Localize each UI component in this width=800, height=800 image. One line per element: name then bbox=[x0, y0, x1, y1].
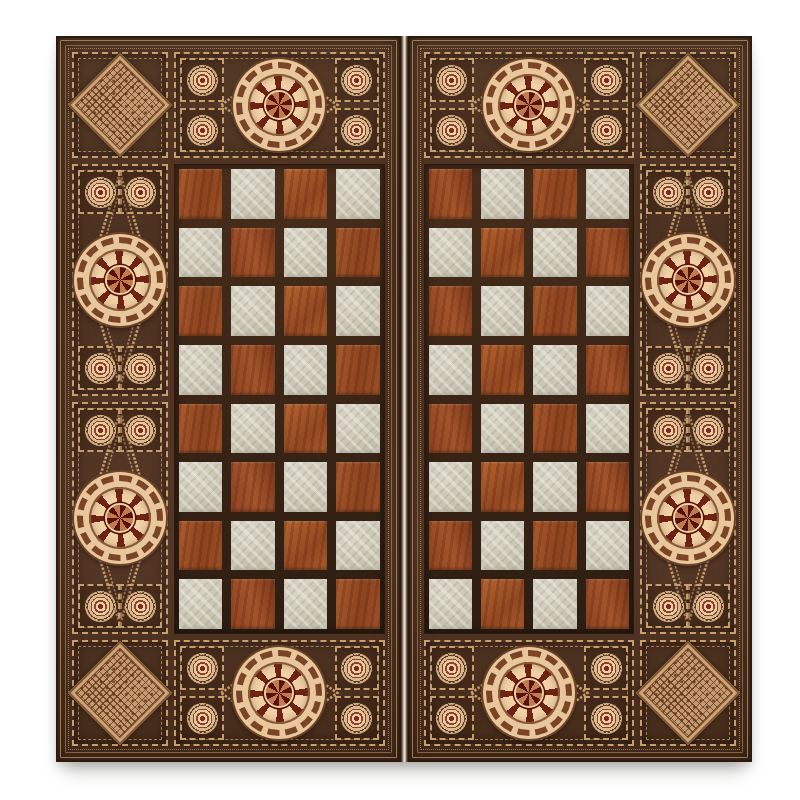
chess-square-r5c1[interactable] bbox=[179, 404, 222, 454]
chess-square-r7c3[interactable] bbox=[284, 521, 327, 571]
fold-seam bbox=[401, 36, 408, 762]
small-rosette-frame bbox=[686, 170, 730, 214]
rosette-panel-bottom-right bbox=[424, 640, 635, 746]
chess-square-r5c5[interactable] bbox=[429, 404, 472, 454]
chess-square-r3c3[interactable] bbox=[284, 286, 327, 336]
chess-square-r8c4[interactable] bbox=[336, 579, 379, 629]
chess-square-r2c1[interactable] bbox=[179, 228, 222, 278]
chess-square-r5c3[interactable] bbox=[284, 404, 327, 454]
large-rosette-icon bbox=[233, 647, 325, 739]
small-rosette-icon bbox=[85, 591, 116, 622]
chess-square-r8c2[interactable] bbox=[231, 579, 274, 629]
chess-square-r5c2[interactable] bbox=[231, 404, 274, 454]
chess-square-r3c2[interactable] bbox=[231, 286, 274, 336]
small-rosette-frame bbox=[335, 108, 379, 152]
side-column-left bbox=[72, 164, 168, 634]
chess-square-r6c5[interactable] bbox=[429, 462, 472, 512]
small-rosette-frame bbox=[584, 646, 628, 690]
small-rosette-frame bbox=[430, 646, 474, 690]
chess-square-r6c3[interactable] bbox=[284, 462, 327, 512]
chess-square-r3c1[interactable] bbox=[179, 286, 222, 336]
corner-lattice-panel-top-left bbox=[72, 52, 168, 158]
small-rosette-icon bbox=[341, 65, 372, 96]
small-rosette-frame bbox=[180, 58, 224, 102]
chess-square-r4c1[interactable] bbox=[179, 345, 222, 395]
small-rosette-frame bbox=[118, 408, 162, 452]
small-rosette-frame bbox=[335, 58, 379, 102]
chess-square-r2c5[interactable] bbox=[429, 228, 472, 278]
small-rosette-icon bbox=[653, 415, 684, 446]
small-rosette-icon bbox=[693, 415, 724, 446]
chess-square-r1c5[interactable] bbox=[429, 169, 472, 219]
large-rosette-icon bbox=[233, 59, 325, 151]
chess-square-r2c4[interactable] bbox=[336, 228, 379, 278]
chess-square-r4c8[interactable] bbox=[586, 345, 629, 395]
chess-square-r3c5[interactable] bbox=[429, 286, 472, 336]
small-rosette-icon bbox=[436, 65, 467, 96]
small-rosette-frame bbox=[78, 408, 122, 452]
chess-square-r2c8[interactable] bbox=[586, 228, 629, 278]
chess-square-r4c2[interactable] bbox=[231, 345, 274, 395]
rosette-panel-top-left bbox=[174, 52, 385, 158]
chess-square-r4c6[interactable] bbox=[481, 345, 524, 395]
small-rosette-frame bbox=[584, 696, 628, 740]
large-rosette-icon bbox=[642, 234, 734, 326]
chess-square-r6c8[interactable] bbox=[586, 462, 629, 512]
chess-square-r7c8[interactable] bbox=[586, 521, 629, 571]
small-rosette-frame bbox=[118, 346, 162, 390]
chess-square-r2c6[interactable] bbox=[481, 228, 524, 278]
chess-square-r4c3[interactable] bbox=[284, 345, 327, 395]
side-diamond-panel-lower-right bbox=[640, 402, 736, 634]
small-rosette-icon bbox=[341, 653, 372, 684]
chessboard-left-half bbox=[174, 164, 385, 634]
large-rosette-icon bbox=[642, 472, 734, 564]
board-right-leaf bbox=[408, 36, 753, 762]
large-rosette-icon bbox=[74, 472, 166, 564]
small-rosette-frame bbox=[430, 58, 474, 102]
small-rosette-icon bbox=[85, 415, 116, 446]
chess-square-r4c5[interactable] bbox=[429, 345, 472, 395]
chess-square-r7c7[interactable] bbox=[533, 521, 576, 571]
chess-square-r7c4[interactable] bbox=[336, 521, 379, 571]
chess-square-r1c8[interactable] bbox=[586, 169, 629, 219]
small-rosette-frame bbox=[118, 170, 162, 214]
chess-square-r2c2[interactable] bbox=[231, 228, 274, 278]
chess-square-r5c6[interactable] bbox=[481, 404, 524, 454]
chess-square-r5c8[interactable] bbox=[586, 404, 629, 454]
small-rosette-frame bbox=[646, 584, 690, 628]
large-rosette-icon bbox=[483, 59, 575, 151]
folding-game-board bbox=[56, 36, 752, 762]
right-leaf-inlay-field bbox=[424, 52, 737, 746]
small-rosette-icon bbox=[591, 703, 622, 734]
chess-square-r1c2[interactable] bbox=[231, 169, 274, 219]
chessboard-right-half bbox=[424, 164, 635, 634]
chess-square-r8c5[interactable] bbox=[429, 579, 472, 629]
chess-square-r6c1[interactable] bbox=[179, 462, 222, 512]
small-rosette-icon bbox=[436, 115, 467, 146]
rosette-panel-top-right bbox=[424, 52, 635, 158]
chess-square-r1c6[interactable] bbox=[481, 169, 524, 219]
chess-square-r6c2[interactable] bbox=[231, 462, 274, 512]
chess-square-r7c2[interactable] bbox=[231, 521, 274, 571]
small-rosette-frame bbox=[584, 58, 628, 102]
lattice-diamond-icon bbox=[68, 53, 173, 158]
small-rosette-frame bbox=[430, 108, 474, 152]
small-rosette-frame bbox=[180, 696, 224, 740]
small-rosette-frame bbox=[78, 170, 122, 214]
chess-square-r6c6[interactable] bbox=[481, 462, 524, 512]
chess-square-r4c7[interactable] bbox=[533, 345, 576, 395]
small-rosette-icon bbox=[436, 653, 467, 684]
small-rosette-icon bbox=[693, 353, 724, 384]
small-rosette-icon bbox=[341, 703, 372, 734]
chess-square-r7c6[interactable] bbox=[481, 521, 524, 571]
small-rosette-icon bbox=[341, 115, 372, 146]
small-rosette-icon bbox=[125, 591, 156, 622]
small-rosette-icon bbox=[187, 653, 218, 684]
chess-square-r1c3[interactable] bbox=[284, 169, 327, 219]
chess-square-r5c4[interactable] bbox=[336, 404, 379, 454]
chess-square-r3c7[interactable] bbox=[533, 286, 576, 336]
small-rosette-icon bbox=[436, 703, 467, 734]
small-rosette-icon bbox=[187, 65, 218, 96]
side-diamond-panel-lower-left bbox=[72, 402, 168, 634]
lattice-diamond-icon bbox=[636, 641, 741, 746]
chess-square-r3c8[interactable] bbox=[586, 286, 629, 336]
rosette-panel-bottom-left bbox=[174, 640, 385, 746]
chess-square-r8c8[interactable] bbox=[586, 579, 629, 629]
small-rosette-icon bbox=[653, 177, 684, 208]
small-rosette-frame bbox=[646, 170, 690, 214]
lattice-diamond-icon bbox=[636, 53, 741, 158]
chess-square-r4c4[interactable] bbox=[336, 345, 379, 395]
chess-square-r2c7[interactable] bbox=[533, 228, 576, 278]
board-left-leaf bbox=[56, 36, 401, 762]
corner-lattice-panel-top-right bbox=[640, 52, 736, 158]
chess-square-r2c3[interactable] bbox=[284, 228, 327, 278]
small-rosette-icon bbox=[693, 591, 724, 622]
small-rosette-icon bbox=[693, 177, 724, 208]
corner-lattice-panel-bottom-right bbox=[640, 640, 736, 746]
small-rosette-frame bbox=[430, 696, 474, 740]
corner-lattice-panel-bottom-left bbox=[72, 640, 168, 746]
chess-square-r6c4[interactable] bbox=[336, 462, 379, 512]
small-rosette-frame bbox=[646, 408, 690, 452]
chess-square-r7c5[interactable] bbox=[429, 521, 472, 571]
small-rosette-icon bbox=[591, 115, 622, 146]
small-rosette-frame bbox=[180, 108, 224, 152]
small-rosette-icon bbox=[653, 353, 684, 384]
chess-square-r5c7[interactable] bbox=[533, 404, 576, 454]
small-rosette-frame bbox=[78, 346, 122, 390]
chess-square-r3c6[interactable] bbox=[481, 286, 524, 336]
small-rosette-frame bbox=[335, 696, 379, 740]
small-rosette-frame bbox=[180, 646, 224, 690]
small-rosette-frame bbox=[686, 408, 730, 452]
small-rosette-frame bbox=[335, 646, 379, 690]
chess-square-r8c6[interactable] bbox=[481, 579, 524, 629]
chess-square-r8c3[interactable] bbox=[284, 579, 327, 629]
small-rosette-frame bbox=[78, 584, 122, 628]
chess-square-r3c4[interactable] bbox=[336, 286, 379, 336]
large-rosette-icon bbox=[74, 234, 166, 326]
small-rosette-icon bbox=[187, 703, 218, 734]
chess-square-r1c4[interactable] bbox=[336, 169, 379, 219]
chess-square-r6c7[interactable] bbox=[533, 462, 576, 512]
small-rosette-icon bbox=[653, 591, 684, 622]
small-rosette-frame bbox=[584, 108, 628, 152]
side-diamond-panel-upper-right bbox=[640, 164, 736, 396]
small-rosette-icon bbox=[125, 415, 156, 446]
small-rosette-icon bbox=[591, 653, 622, 684]
chess-square-r8c7[interactable] bbox=[533, 579, 576, 629]
small-rosette-icon bbox=[85, 177, 116, 208]
large-rosette-icon bbox=[483, 647, 575, 739]
small-rosette-frame bbox=[646, 346, 690, 390]
chess-square-r1c1[interactable] bbox=[179, 169, 222, 219]
side-diamond-panel-upper-left bbox=[72, 164, 168, 396]
small-rosette-frame bbox=[686, 584, 730, 628]
side-column-right bbox=[640, 164, 736, 634]
chess-square-r1c7[interactable] bbox=[533, 169, 576, 219]
chess-square-r8c1[interactable] bbox=[179, 579, 222, 629]
small-rosette-icon bbox=[591, 65, 622, 96]
small-rosette-icon bbox=[125, 353, 156, 384]
small-rosette-icon bbox=[125, 177, 156, 208]
small-rosette-icon bbox=[85, 353, 116, 384]
chess-square-r7c1[interactable] bbox=[179, 521, 222, 571]
lattice-diamond-icon bbox=[68, 641, 173, 746]
small-rosette-icon bbox=[187, 115, 218, 146]
small-rosette-frame bbox=[118, 584, 162, 628]
left-leaf-inlay-field bbox=[72, 52, 385, 746]
small-rosette-frame bbox=[686, 346, 730, 390]
